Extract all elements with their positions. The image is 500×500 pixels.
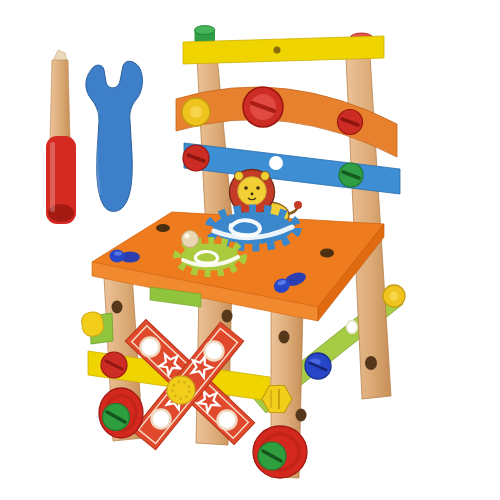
toy-chair-scene	[0, 0, 500, 500]
wooden-ball-knob	[182, 231, 199, 248]
center-yellow-nut	[167, 376, 195, 404]
top-bar-hole	[274, 47, 281, 54]
wheel-right	[253, 426, 307, 478]
seat-hole-1	[156, 224, 170, 232]
brace-hole	[218, 411, 237, 430]
screwdriver	[46, 50, 76, 224]
screwdriver-shaft	[50, 60, 70, 139]
lion-ear-right	[261, 172, 270, 181]
left-side-nut	[80, 311, 113, 344]
brace-hole	[141, 338, 160, 357]
ball	[182, 231, 199, 248]
front-leg-right-hole-2	[296, 409, 307, 422]
back-post-left	[197, 55, 233, 232]
wrench-body	[86, 61, 143, 211]
rear-leg-left-hole	[222, 310, 233, 323]
rear-leg-hole	[365, 356, 377, 370]
front-leg-right-hole-1	[279, 331, 290, 344]
wrench	[86, 61, 143, 211]
lion-eye-left	[244, 186, 248, 190]
yellow-bolt-center	[190, 106, 202, 118]
brace-hole	[205, 342, 224, 361]
ball-highlight	[185, 234, 190, 239]
brace-hole	[152, 410, 171, 429]
bolt-head	[110, 250, 125, 263]
blue-bar-hole	[269, 156, 283, 170]
bolt-highlight	[114, 252, 122, 256]
lion-tail-tip	[294, 201, 302, 209]
top-bar-assembly	[183, 26, 384, 65]
front-leg-left-hole-1	[112, 301, 123, 314]
lion-nose	[251, 193, 254, 196]
green-bar-hole	[347, 321, 358, 334]
product-photo	[0, 0, 500, 500]
wheel-left	[99, 388, 143, 438]
screwdriver-blade-tip	[53, 50, 67, 61]
seat-hole-2	[320, 249, 334, 258]
lion-ear-left	[235, 172, 244, 181]
lion-face	[238, 177, 267, 206]
lion-eye-right	[256, 186, 260, 190]
yellow-bolt-center	[390, 292, 399, 301]
green-bolt-top	[195, 26, 215, 35]
screwdriver-highlight	[50, 142, 55, 212]
